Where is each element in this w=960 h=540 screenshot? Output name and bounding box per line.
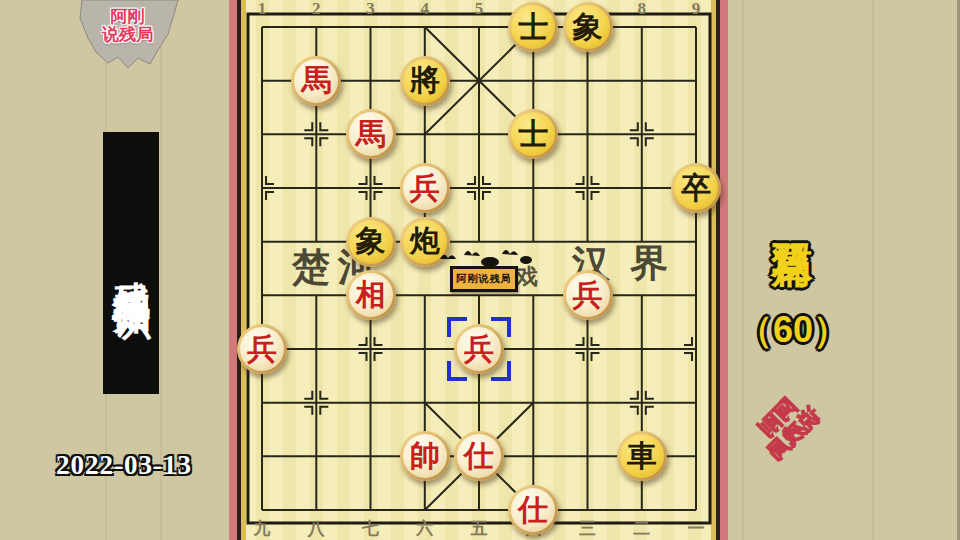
file-label-top: 3 — [366, 0, 375, 19]
piece-red-advisor[interactable]: 仕 — [508, 485, 558, 535]
file-label-top: 5 — [475, 0, 484, 19]
video-frame: 123456789九八七六五四三二一 楚河汉界戏 士象馬將馬士兵卒象炮相兵兵兵帥… — [0, 0, 960, 540]
piece-red-soldier[interactable]: 兵 — [400, 163, 450, 213]
piece-red-soldier[interactable]: 兵 — [563, 270, 613, 320]
file-label-bottom: 八 — [308, 517, 325, 540]
episode-title: 双马篇 — [764, 138, 820, 288]
piece-glyph: 馬 — [294, 59, 338, 103]
piece-glyph: 象 — [349, 220, 393, 264]
piece-glyph: 兵 — [240, 327, 284, 371]
piece-glyph: 將 — [403, 59, 447, 103]
file-label-bottom: 七 — [362, 517, 379, 540]
piece-black-elephant[interactable]: 象 — [563, 2, 613, 52]
episode-number: （60） — [718, 306, 868, 355]
file-label-top: 2 — [312, 0, 321, 19]
piece-glyph: 士 — [511, 112, 555, 156]
file-label-top: 4 — [421, 0, 430, 19]
file-label-bottom: 一 — [688, 517, 705, 540]
selection-corner-icon — [491, 361, 511, 381]
selection-corner-icon — [491, 317, 511, 337]
river-char: 界 — [630, 238, 668, 289]
file-label-top: 1 — [258, 0, 267, 19]
piece-glyph: 相 — [349, 273, 393, 317]
piece-glyph: 兵 — [403, 166, 447, 210]
file-label-top: 9 — [692, 0, 701, 19]
piece-glyph: 仕 — [511, 488, 555, 532]
piece-black-soldier[interactable]: 卒 — [671, 163, 721, 213]
piece-red-king[interactable]: 帥 — [400, 431, 450, 481]
center-logo-text: 阿刚说残局 — [457, 272, 512, 286]
piece-glyph: 卒 — [674, 166, 718, 210]
channel-logo: 阿刚 说残局 — [70, 0, 185, 80]
file-label-bottom: 九 — [254, 517, 271, 540]
file-label-top: 8 — [638, 0, 647, 19]
selection-brackets — [447, 317, 511, 381]
piece-glyph: 車 — [620, 434, 664, 478]
center-logo-box: 阿刚说残局 — [450, 266, 518, 292]
file-label-bottom: 二 — [633, 517, 650, 540]
piece-glyph: 士 — [511, 5, 555, 49]
river-char: 楚 — [292, 242, 330, 293]
piece-black-chariot[interactable]: 車 — [617, 431, 667, 481]
piece-glyph: 仕 — [457, 434, 501, 478]
selection-corner-icon — [447, 317, 467, 337]
series-banner: 残局基础知识 — [103, 132, 159, 394]
file-label-bottom: 五 — [471, 517, 488, 540]
selection-corner-icon — [447, 361, 467, 381]
piece-red-elephant[interactable]: 相 — [346, 270, 396, 320]
file-label-bottom: 六 — [416, 517, 433, 540]
piece-red-soldier[interactable]: 兵 — [237, 324, 287, 374]
piece-glyph: 馬 — [349, 112, 393, 156]
piece-glyph: 帥 — [403, 434, 447, 478]
piece-glyph: 象 — [566, 5, 610, 49]
piece-red-horse[interactable]: 馬 — [346, 109, 396, 159]
piece-black-king[interactable]: 將 — [400, 56, 450, 106]
channel-logo-line2: 说残局 — [70, 23, 185, 46]
piece-black-advisor[interactable]: 士 — [508, 2, 558, 52]
file-label-bottom: 三 — [579, 517, 596, 540]
video-date: 2022-03-13 — [56, 450, 236, 481]
piece-black-elephant[interactable]: 象 — [346, 217, 396, 267]
piece-red-horse[interactable]: 馬 — [291, 56, 341, 106]
piece-red-advisor[interactable]: 仕 — [454, 431, 504, 481]
piece-glyph: 兵 — [566, 273, 610, 317]
